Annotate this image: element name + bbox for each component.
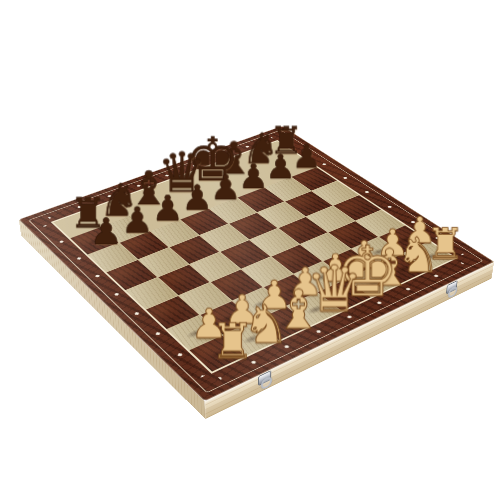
piece-contact-shadow <box>237 156 263 168</box>
piece-contact-shadow <box>112 223 141 237</box>
piece-contact-shadow <box>364 245 393 260</box>
piece-contact-shadow <box>210 166 236 178</box>
piece-contact-shadow <box>276 283 306 299</box>
piece-contact-shadow <box>236 330 268 348</box>
piece-contact-shadow <box>416 249 445 264</box>
piece-contact-shadow <box>330 288 360 305</box>
piece-contact-shadow <box>180 324 212 342</box>
piece-contact-shadow <box>300 301 331 318</box>
product-photo-background: ♜♞♝♛♚♝♞♜♟♟♟♟♟♟♟♟♟♟♟♟♟♟♟♟♜♞♝♛♚♝♞♜ <box>0 0 500 500</box>
piece-contact-shadow <box>391 233 419 248</box>
piece-contact-shadow <box>268 315 300 333</box>
folding-chess-box: ♜♞♝♛♚♝♞♜♟♟♟♟♟♟♟♟♟♟♟♟♟♟♟♟♜♞♝♛♚♝♞♜ <box>19 126 494 401</box>
piece-contact-shadow <box>245 296 276 313</box>
piece-contact-shadow <box>336 257 365 272</box>
piece-contact-shadow <box>182 176 209 188</box>
piece-contact-shadow <box>360 275 390 291</box>
board-top-surface: ♜♞♝♛♚♝♞♜♟♟♟♟♟♟♟♟♟♟♟♟♟♟♟♟♜♞♝♛♚♝♞♜ <box>19 126 494 401</box>
piece-contact-shadow <box>306 270 336 286</box>
piece-contact-shadow <box>388 262 417 278</box>
piece-contact-shadow <box>94 207 122 221</box>
piece-contact-shadow <box>81 234 110 249</box>
piece-contact-shadow <box>154 186 181 199</box>
piece-contact-shadow <box>201 190 228 203</box>
piece-contact-shadow <box>202 345 235 364</box>
piece-contact-shadow <box>282 160 308 172</box>
piece-contact-shadow <box>125 197 153 210</box>
piece-contact-shadow <box>143 211 171 225</box>
piece-contact-shadow <box>229 180 256 193</box>
piece-contact-shadow <box>256 170 282 182</box>
piece-contact-shadow <box>63 218 92 232</box>
piece-contact-shadow <box>263 147 288 158</box>
piece-contact-shadow <box>172 201 200 214</box>
piece-contact-shadow <box>213 310 245 328</box>
chessboard-grid: ♜♞♝♛♚♝♞♜♟♟♟♟♟♟♟♟♟♟♟♟♟♟♟♟♜♞♝♛♚♝♞♜ <box>51 140 458 374</box>
